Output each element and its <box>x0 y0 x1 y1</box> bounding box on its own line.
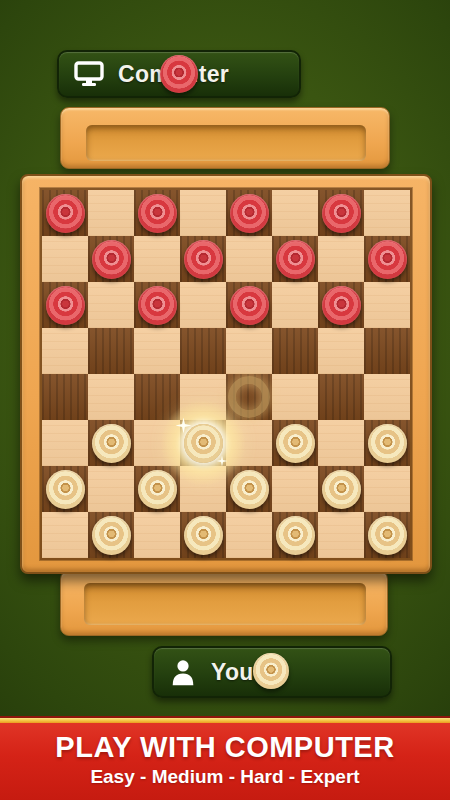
square-r6c5 <box>272 466 318 512</box>
red-piece[interactable] <box>276 240 315 279</box>
you-capture-tray-recess <box>84 583 366 625</box>
square-r7c5[interactable] <box>272 512 318 558</box>
square-r3c3[interactable] <box>180 328 226 374</box>
square-r0c5 <box>272 190 318 236</box>
square-r6c0[interactable] <box>42 466 88 512</box>
square-r3c4 <box>226 328 272 374</box>
square-r0c3 <box>180 190 226 236</box>
square-r5c3[interactable] <box>180 420 226 466</box>
square-r3c0 <box>42 328 88 374</box>
yellow-piece[interactable] <box>230 470 269 509</box>
computer-capture-tray-recess <box>86 125 366 161</box>
square-r1c3[interactable] <box>180 236 226 282</box>
you-capture-tray <box>60 570 388 636</box>
yellow-piece[interactable] <box>276 424 315 463</box>
red-piece[interactable] <box>230 286 269 325</box>
yellow-piece[interactable] <box>46 470 85 509</box>
checkers-board <box>20 174 432 574</box>
square-r1c0 <box>42 236 88 282</box>
square-r5c5[interactable] <box>272 420 318 466</box>
computer-color-piece <box>160 55 198 93</box>
square-r6c1 <box>88 466 134 512</box>
square-r0c0[interactable] <box>42 190 88 236</box>
square-r0c7 <box>364 190 410 236</box>
square-r7c2 <box>134 512 180 558</box>
yellow-piece[interactable] <box>92 516 131 555</box>
computer-capture-tray <box>60 107 390 169</box>
square-r0c2[interactable] <box>134 190 180 236</box>
square-r2c7 <box>364 282 410 328</box>
yellow-piece[interactable] <box>368 424 407 463</box>
square-r7c3[interactable] <box>180 512 226 558</box>
square-r5c2 <box>134 420 180 466</box>
yellow-piece[interactable] <box>368 516 407 555</box>
red-piece[interactable] <box>230 194 269 233</box>
square-r4c5 <box>272 374 318 420</box>
selected-yellow-piece[interactable] <box>184 424 223 463</box>
square-r0c6[interactable] <box>318 190 364 236</box>
square-r2c6[interactable] <box>318 282 364 328</box>
square-r4c1 <box>88 374 134 420</box>
square-r2c2[interactable] <box>134 282 180 328</box>
square-r0c4[interactable] <box>226 190 272 236</box>
person-icon <box>168 657 198 687</box>
red-piece[interactable] <box>138 194 177 233</box>
yellow-piece[interactable] <box>92 424 131 463</box>
yellow-piece[interactable] <box>276 516 315 555</box>
square-r2c0[interactable] <box>42 282 88 328</box>
square-r1c5[interactable] <box>272 236 318 282</box>
square-r1c4 <box>226 236 272 282</box>
red-piece[interactable] <box>138 286 177 325</box>
square-r5c4 <box>226 420 272 466</box>
yellow-piece[interactable] <box>184 516 223 555</box>
square-r1c2 <box>134 236 180 282</box>
square-r5c7[interactable] <box>364 420 410 466</box>
square-r1c7[interactable] <box>364 236 410 282</box>
square-r6c7 <box>364 466 410 512</box>
red-piece[interactable] <box>46 286 85 325</box>
red-piece[interactable] <box>184 240 223 279</box>
square-r6c2[interactable] <box>134 466 180 512</box>
square-r1c1[interactable] <box>88 236 134 282</box>
square-r7c1[interactable] <box>88 512 134 558</box>
square-r2c5 <box>272 282 318 328</box>
yellow-piece[interactable] <box>322 470 361 509</box>
banner-title: PLAY WITH COMPUTER <box>0 731 450 764</box>
square-r6c4[interactable] <box>226 466 272 512</box>
square-r4c6[interactable] <box>318 374 364 420</box>
square-r6c6[interactable] <box>318 466 364 512</box>
red-piece[interactable] <box>46 194 85 233</box>
red-piece[interactable] <box>368 240 407 279</box>
square-r4c4[interactable] <box>226 374 272 420</box>
square-r5c6 <box>318 420 364 466</box>
square-r6c3 <box>180 466 226 512</box>
square-r7c7[interactable] <box>364 512 410 558</box>
square-r3c5[interactable] <box>272 328 318 374</box>
square-r4c0[interactable] <box>42 374 88 420</box>
red-piece[interactable] <box>92 240 131 279</box>
game-screen: Computer You PLAY WITH COMPUTER Easy - M… <box>0 0 450 800</box>
you-player-badge: You <box>152 646 392 698</box>
square-r4c3 <box>180 374 226 420</box>
square-r3c2 <box>134 328 180 374</box>
red-piece[interactable] <box>322 286 361 325</box>
banner-difficulty-options: Easy - Medium - Hard - Expert <box>0 766 450 788</box>
move-hint-ring[interactable] <box>228 376 270 418</box>
square-r4c2[interactable] <box>134 374 180 420</box>
square-r2c1 <box>88 282 134 328</box>
monitor-icon <box>73 60 105 88</box>
you-color-piece <box>253 653 289 689</box>
square-r1c6 <box>318 236 364 282</box>
square-r7c0 <box>42 512 88 558</box>
square-r0c1 <box>88 190 134 236</box>
square-r7c4 <box>226 512 272 558</box>
banner-gold-strip <box>0 718 450 723</box>
square-r5c1[interactable] <box>88 420 134 466</box>
square-r7c6 <box>318 512 364 558</box>
computer-player-badge: Computer <box>57 50 301 98</box>
board-grid <box>42 190 410 558</box>
square-r3c1[interactable] <box>88 328 134 374</box>
play-with-computer-banner[interactable]: PLAY WITH COMPUTER Easy - Medium - Hard … <box>0 716 450 800</box>
square-r4c7 <box>364 374 410 420</box>
you-player-label: You <box>211 659 254 686</box>
yellow-piece[interactable] <box>138 470 177 509</box>
square-r3c6 <box>318 328 364 374</box>
square-r2c4[interactable] <box>226 282 272 328</box>
red-piece[interactable] <box>322 194 361 233</box>
square-r3c7[interactable] <box>364 328 410 374</box>
square-r5c0 <box>42 420 88 466</box>
square-r2c3 <box>180 282 226 328</box>
